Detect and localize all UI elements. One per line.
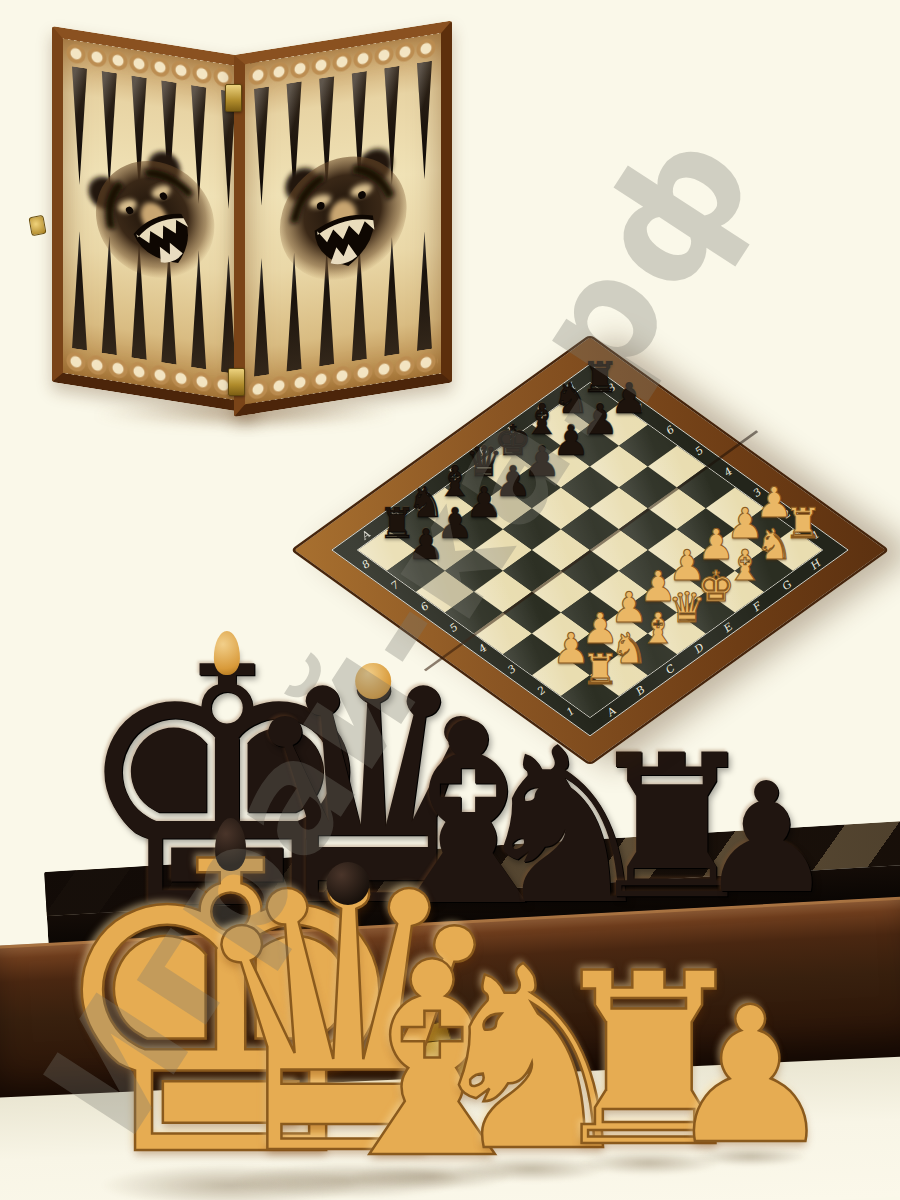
product-photo-page: { "page": { "background_color": "#faf8e9… bbox=[0, 0, 900, 1200]
chess-board: ♜♞♝♛♚♝♞♜♟♟♟♟♟♟♟♟♟♟♟♟♟♟♟♟♜♞♝♛♚♝♞♜ ABCDEFG… bbox=[378, 338, 802, 762]
backgammon-point bbox=[253, 256, 270, 377]
backgammon-left-field bbox=[63, 39, 245, 402]
hinge-icon bbox=[228, 368, 245, 396]
king-top-accent bbox=[214, 631, 240, 675]
bear-artwork-icon bbox=[274, 136, 412, 296]
clasp-icon bbox=[28, 215, 46, 236]
backgammon-point bbox=[416, 60, 433, 181]
bear-artwork-icon bbox=[85, 137, 223, 297]
chess-board-frame: ♜♞♝♛♚♝♞♜♟♟♟♟♟♟♟♟♟♟♟♟♟♟♟♟♜♞♝♛♚♝♞♜ ABCDEFG… bbox=[290, 334, 890, 766]
brass-latch-icon bbox=[393, 1000, 492, 1104]
hinge-icon bbox=[225, 84, 242, 112]
scene: ♜♞♝♛♚♝♞♜♟♟♟♟♟♟♟♟♟♟♟♟♟♟♟♟♜♞♝♛♚♝♞♜ ABCDEFG… bbox=[0, 0, 900, 1200]
